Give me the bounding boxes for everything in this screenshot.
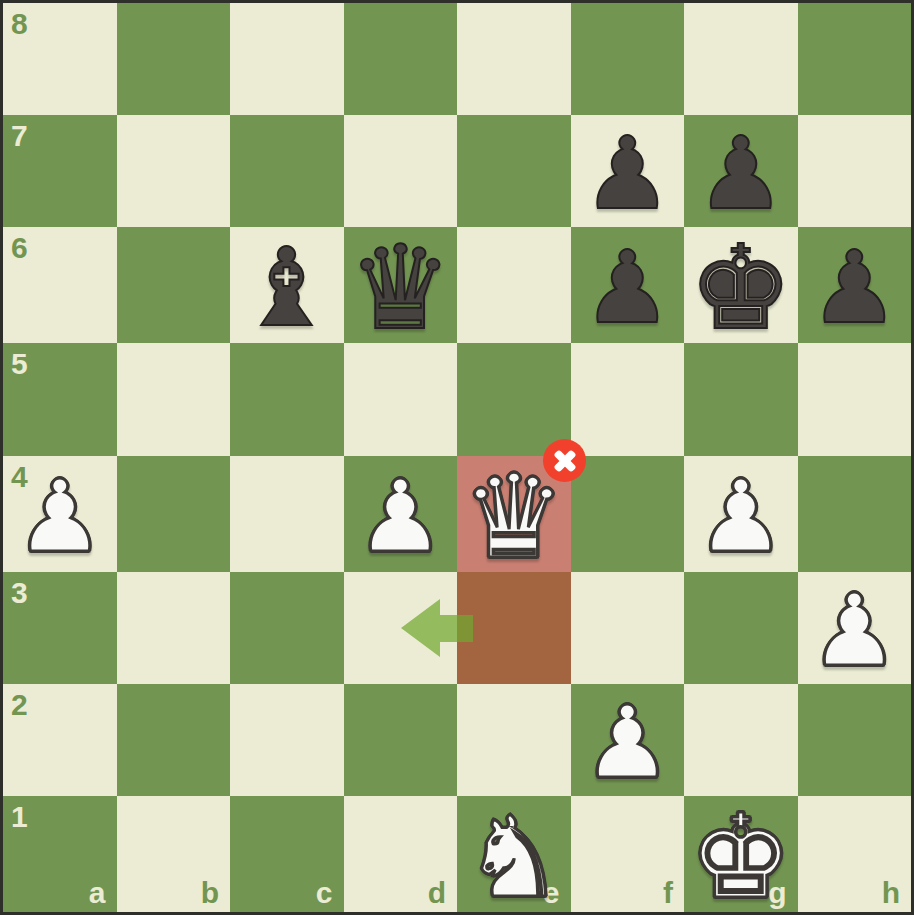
square-f3[interactable] bbox=[571, 572, 685, 684]
square-h1[interactable]: h bbox=[798, 796, 912, 912]
board-grid: 87♟♟6♝♛♟♚♟54♟♟♛♟3♟2♟1abcde♞fg♚h bbox=[3, 3, 911, 912]
piece-white-pawn-f2[interactable]: ♟ bbox=[582, 693, 672, 793]
piece-white-pawn-a4[interactable]: ♟ bbox=[15, 467, 105, 567]
square-h2[interactable] bbox=[798, 684, 912, 796]
square-c8[interactable] bbox=[230, 3, 344, 115]
square-b4[interactable] bbox=[117, 456, 231, 572]
rank-label-8: 8 bbox=[11, 9, 28, 39]
square-c2[interactable] bbox=[230, 684, 344, 796]
square-h3[interactable]: ♟ bbox=[798, 572, 912, 684]
piece-white-knight-e1[interactable]: ♞ bbox=[464, 801, 564, 913]
square-a5[interactable]: 5 bbox=[3, 343, 117, 455]
rank-label-7: 7 bbox=[11, 121, 28, 151]
square-b8[interactable] bbox=[117, 3, 231, 115]
square-g5[interactable] bbox=[684, 343, 798, 455]
piece-black-bishop-c6[interactable]: ♝ bbox=[238, 234, 335, 342]
square-d1[interactable]: d bbox=[344, 796, 458, 912]
file-label-c: c bbox=[316, 878, 333, 908]
square-b6[interactable] bbox=[117, 227, 231, 343]
square-f1[interactable]: f bbox=[571, 796, 685, 912]
piece-black-pawn-f7[interactable]: ♟ bbox=[582, 124, 672, 224]
square-f5[interactable] bbox=[571, 343, 685, 455]
square-a4[interactable]: 4♟ bbox=[3, 456, 117, 572]
square-d3[interactable] bbox=[344, 572, 458, 684]
square-a3[interactable]: 3 bbox=[3, 572, 117, 684]
square-g2[interactable] bbox=[684, 684, 798, 796]
square-c5[interactable] bbox=[230, 343, 344, 455]
piece-black-pawn-g7[interactable]: ♟ bbox=[696, 124, 786, 224]
square-g8[interactable] bbox=[684, 3, 798, 115]
piece-black-pawn-f6[interactable]: ♟ bbox=[582, 238, 672, 338]
square-a6[interactable]: 6 bbox=[3, 227, 117, 343]
square-e8[interactable] bbox=[457, 3, 571, 115]
square-g4[interactable]: ♟ bbox=[684, 456, 798, 572]
square-d8[interactable] bbox=[344, 3, 458, 115]
piece-black-pawn-h6[interactable]: ♟ bbox=[809, 238, 899, 338]
square-e4[interactable]: ♛ bbox=[457, 456, 571, 572]
rank-label-3: 3 bbox=[11, 578, 28, 608]
square-e3[interactable] bbox=[457, 572, 571, 684]
square-c3[interactable] bbox=[230, 572, 344, 684]
rank-label-2: 2 bbox=[11, 690, 28, 720]
piece-white-pawn-h3[interactable]: ♟ bbox=[809, 581, 899, 681]
square-d6[interactable]: ♛ bbox=[344, 227, 458, 343]
piece-white-queen-e4[interactable]: ♛ bbox=[462, 459, 566, 575]
square-b1[interactable]: b bbox=[117, 796, 231, 912]
square-b3[interactable] bbox=[117, 572, 231, 684]
piece-black-king-g6[interactable]: ♚ bbox=[689, 230, 793, 346]
file-label-b: b bbox=[201, 878, 219, 908]
file-label-h: h bbox=[882, 878, 900, 908]
square-d4[interactable]: ♟ bbox=[344, 456, 458, 572]
square-c4[interactable] bbox=[230, 456, 344, 572]
square-g6[interactable]: ♚ bbox=[684, 227, 798, 343]
square-f8[interactable] bbox=[571, 3, 685, 115]
rank-label-5: 5 bbox=[11, 349, 28, 379]
square-e6[interactable] bbox=[457, 227, 571, 343]
square-e7[interactable] bbox=[457, 115, 571, 227]
file-label-f: f bbox=[663, 878, 673, 908]
piece-white-king-g1[interactable]: ♚ bbox=[689, 799, 793, 915]
square-f6[interactable]: ♟ bbox=[571, 227, 685, 343]
square-f2[interactable]: ♟ bbox=[571, 684, 685, 796]
square-a8[interactable]: 8 bbox=[3, 3, 117, 115]
rank-label-6: 6 bbox=[11, 233, 28, 263]
square-a2[interactable]: 2 bbox=[3, 684, 117, 796]
piece-white-pawn-d4[interactable]: ♟ bbox=[355, 467, 445, 567]
square-b2[interactable] bbox=[117, 684, 231, 796]
square-h6[interactable]: ♟ bbox=[798, 227, 912, 343]
square-h8[interactable] bbox=[798, 3, 912, 115]
square-e1[interactable]: e♞ bbox=[457, 796, 571, 912]
square-h5[interactable] bbox=[798, 343, 912, 455]
square-d7[interactable] bbox=[344, 115, 458, 227]
file-label-d: d bbox=[428, 878, 446, 908]
square-f7[interactable]: ♟ bbox=[571, 115, 685, 227]
square-g3[interactable] bbox=[684, 572, 798, 684]
square-g7[interactable]: ♟ bbox=[684, 115, 798, 227]
square-b5[interactable] bbox=[117, 343, 231, 455]
square-a7[interactable]: 7 bbox=[3, 115, 117, 227]
file-label-a: a bbox=[89, 878, 106, 908]
square-a1[interactable]: 1a bbox=[3, 796, 117, 912]
square-h7[interactable] bbox=[798, 115, 912, 227]
chess-board: 87♟♟6♝♛♟♚♟54♟♟♛♟3♟2♟1abcde♞fg♚h bbox=[0, 0, 914, 915]
square-g1[interactable]: g♚ bbox=[684, 796, 798, 912]
square-f4[interactable] bbox=[571, 456, 685, 572]
square-c1[interactable]: c bbox=[230, 796, 344, 912]
square-b7[interactable] bbox=[117, 115, 231, 227]
square-e5[interactable] bbox=[457, 343, 571, 455]
square-h4[interactable] bbox=[798, 456, 912, 572]
square-d5[interactable] bbox=[344, 343, 458, 455]
square-c6[interactable]: ♝ bbox=[230, 227, 344, 343]
square-e2[interactable] bbox=[457, 684, 571, 796]
rank-label-1: 1 bbox=[11, 802, 28, 832]
piece-white-pawn-g4[interactable]: ♟ bbox=[696, 467, 786, 567]
square-c7[interactable] bbox=[230, 115, 344, 227]
piece-black-queen-d6[interactable]: ♛ bbox=[348, 230, 452, 346]
square-d2[interactable] bbox=[344, 684, 458, 796]
